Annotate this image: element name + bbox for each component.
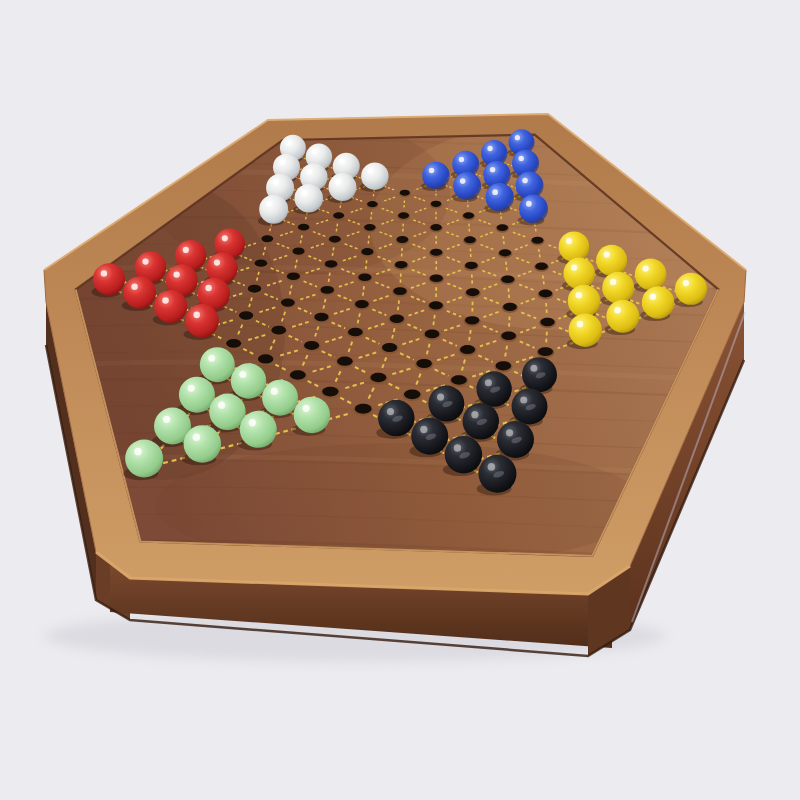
hole-5-6 xyxy=(463,236,477,245)
hole-pit xyxy=(430,224,441,231)
hole-pit xyxy=(538,347,553,356)
hole-pit xyxy=(337,357,353,366)
marble-highlight xyxy=(429,168,435,174)
hole-9-5 xyxy=(388,314,405,325)
marble-highlight xyxy=(301,190,307,196)
hole-pit xyxy=(370,373,386,382)
hole-pit xyxy=(460,345,475,354)
marble-highlight xyxy=(142,258,148,264)
marble-sphere-blue xyxy=(519,194,548,223)
marble-sphere-green xyxy=(125,439,163,477)
hole-pit xyxy=(425,330,440,339)
marble-sphere-red xyxy=(154,290,187,323)
hole-11-6 xyxy=(336,356,355,367)
hole-pit xyxy=(390,314,404,322)
hole-6-3 xyxy=(363,224,377,232)
marble-sphere-green xyxy=(231,363,267,399)
hole-7-6 xyxy=(465,288,481,298)
hole-6-4 xyxy=(395,236,409,245)
marble-sphere-blue xyxy=(453,172,481,200)
hole-pit xyxy=(358,273,371,281)
marble-sphere-yellow xyxy=(606,300,639,333)
marble-highlight xyxy=(387,408,394,415)
marble-highlight xyxy=(101,270,107,276)
marble-highlight xyxy=(271,388,278,395)
marble-sphere-green xyxy=(240,411,277,448)
hole-pit xyxy=(429,301,443,309)
marble-highlight xyxy=(683,280,689,286)
hole-pit xyxy=(463,212,474,218)
marble-highlight xyxy=(522,178,528,184)
hole-8-8 xyxy=(536,347,554,358)
hole-pit xyxy=(271,326,286,335)
hole-6-6 xyxy=(464,262,479,271)
marble-sphere-white xyxy=(259,195,288,224)
hole-5-8 xyxy=(534,263,549,272)
hole-pit xyxy=(355,300,369,308)
hole-10-2 xyxy=(247,285,263,295)
marble-highlight xyxy=(134,448,142,456)
hole-11-3 xyxy=(238,311,255,322)
marble-sphere-yellow xyxy=(568,285,601,318)
hole-pit xyxy=(255,259,268,266)
hole-pit xyxy=(416,359,432,368)
hole-pit xyxy=(329,236,341,243)
hole-pit xyxy=(501,331,516,340)
marble-sphere-white xyxy=(328,173,356,201)
hole-pit xyxy=(466,288,479,296)
marble-sphere-green xyxy=(200,347,235,382)
marble-sphere-green xyxy=(184,425,222,463)
hole-pit xyxy=(451,375,467,384)
marble-highlight xyxy=(312,149,317,154)
hole-6-5 xyxy=(429,249,444,258)
marble-highlight xyxy=(222,235,228,241)
marble-highlight xyxy=(183,247,189,253)
hole-8-1 xyxy=(291,248,306,257)
hole-4-8 xyxy=(530,237,544,246)
marble-sphere-green xyxy=(179,377,215,413)
marble-highlight xyxy=(173,271,179,277)
hole-7-3 xyxy=(360,248,375,257)
hole-pit xyxy=(398,212,409,218)
marble-highlight xyxy=(339,159,344,164)
hole-12-5 xyxy=(256,354,275,365)
marble-sphere-green xyxy=(209,394,246,431)
hole-pit xyxy=(281,299,295,307)
hole-9-2 xyxy=(286,272,302,282)
marble-highlight xyxy=(492,189,498,195)
hole-9-1 xyxy=(253,259,268,268)
marble-sphere-green xyxy=(262,380,298,416)
hole-pit xyxy=(248,285,261,293)
marble-highlight xyxy=(286,141,291,146)
hole-pit xyxy=(298,224,309,231)
hole-5-7 xyxy=(498,249,512,258)
hole-9-3 xyxy=(319,286,335,296)
marble-highlight xyxy=(577,321,584,328)
marble-highlight xyxy=(302,405,309,412)
marble-highlight xyxy=(266,201,272,207)
hole-8-4 xyxy=(392,287,408,297)
marble-highlight xyxy=(249,419,256,426)
marble-highlight xyxy=(368,168,374,174)
hole-pit xyxy=(503,303,517,311)
marble-highlight xyxy=(571,264,577,270)
hole-10-8 xyxy=(449,375,468,387)
marble-highlight xyxy=(614,307,621,314)
hole-pit xyxy=(290,370,306,379)
hole-pit xyxy=(355,404,372,414)
hole-11-7 xyxy=(369,373,388,385)
hole-9-6 xyxy=(423,329,441,340)
hole-pit xyxy=(496,361,512,370)
hole-7-8 xyxy=(539,318,556,329)
marble-highlight xyxy=(642,265,648,271)
marble-sphere-yellow xyxy=(635,259,667,291)
marble-highlight xyxy=(490,167,496,173)
hole-7-5 xyxy=(429,274,445,284)
hole-8-2 xyxy=(324,260,339,269)
marble-sphere-red xyxy=(123,276,156,309)
marble-highlight xyxy=(131,283,138,290)
hole-10-3 xyxy=(280,298,297,308)
marble-highlight xyxy=(650,293,657,300)
hole-pit xyxy=(226,339,241,348)
hole-11-8 xyxy=(402,389,422,401)
marble-sphere-white xyxy=(361,162,389,190)
marble-sphere-blue xyxy=(422,162,450,190)
marble-sphere-green xyxy=(294,397,331,434)
marble-highlight xyxy=(205,285,212,292)
hole-pit xyxy=(540,318,554,326)
hole-8-7 xyxy=(500,331,518,342)
marble-highlight xyxy=(279,160,284,165)
marble-sphere-yellow xyxy=(559,231,590,262)
hole-7-2 xyxy=(328,236,342,245)
marble-sphere-blue xyxy=(485,183,514,212)
hole-pit xyxy=(287,272,300,280)
marble-sphere-yellow xyxy=(596,245,627,276)
product-photo-chinese-checkers xyxy=(0,0,800,800)
hole-8-6 xyxy=(464,316,481,327)
hole-8-3 xyxy=(357,273,373,283)
hole-10-4 xyxy=(313,313,330,324)
marble-highlight xyxy=(335,179,341,185)
marble-highlight xyxy=(610,279,616,285)
hole-12-6 xyxy=(288,370,307,382)
marble-highlight xyxy=(485,379,492,386)
marble-highlight xyxy=(188,385,195,392)
marble-highlight xyxy=(239,371,246,378)
hole-9-4 xyxy=(354,300,371,310)
hole-8-0 xyxy=(260,235,274,244)
hole-8-5 xyxy=(428,301,445,311)
hole-9-7 xyxy=(459,345,477,356)
hole-pit xyxy=(261,235,273,242)
marble-sphere-yellow xyxy=(675,273,707,305)
marble-highlight xyxy=(526,201,532,207)
marble-sphere-yellow xyxy=(602,272,634,304)
hole-pit xyxy=(321,286,334,294)
marble-highlight xyxy=(471,411,478,418)
marble-sphere-red xyxy=(93,263,125,295)
hole-pit xyxy=(325,260,338,267)
hole-10-6 xyxy=(381,343,399,354)
hole-pit xyxy=(367,201,378,207)
marble-highlight xyxy=(487,146,492,151)
hole-pit xyxy=(404,389,420,399)
hole-4-7 xyxy=(496,224,510,232)
marble-highlight xyxy=(454,444,462,452)
hole-pit xyxy=(322,387,338,397)
board-svg xyxy=(0,0,800,800)
hole-pit xyxy=(304,341,319,350)
hole-pit xyxy=(501,275,514,283)
hole-6-8 xyxy=(537,289,553,299)
hole-10-5 xyxy=(347,327,365,338)
marble-highlight xyxy=(518,156,523,161)
hole-pit xyxy=(361,248,373,255)
hole-7-7 xyxy=(502,303,519,313)
marble-sphere-white xyxy=(294,184,323,213)
hole-pit xyxy=(465,316,479,324)
marble-highlight xyxy=(162,297,169,304)
marble-highlight xyxy=(420,426,427,433)
hole-12-7 xyxy=(321,386,341,398)
marble-highlight xyxy=(208,355,215,362)
marble-highlight xyxy=(273,180,279,186)
hole-9-8 xyxy=(494,361,513,372)
hole-pit xyxy=(430,249,442,256)
hole-pit xyxy=(382,343,397,352)
marble-highlight xyxy=(193,433,201,441)
marble-highlight xyxy=(307,169,313,175)
hole-pit xyxy=(464,236,476,243)
hole-5-5 xyxy=(429,224,443,232)
hole-pit xyxy=(497,224,508,231)
hole-pit xyxy=(532,237,544,244)
marble-highlight xyxy=(437,393,444,400)
hole-7-1 xyxy=(297,224,311,232)
hole-pit xyxy=(430,274,443,282)
hole-pit xyxy=(465,262,478,269)
marble-highlight xyxy=(515,135,520,140)
marble-highlight xyxy=(604,252,610,258)
marble-highlight xyxy=(488,463,496,471)
hole-6-7 xyxy=(500,275,516,285)
hole-pit xyxy=(535,263,548,270)
marble-highlight xyxy=(460,178,466,184)
hole-pit xyxy=(539,290,552,298)
hole-pit xyxy=(400,190,410,196)
hole-pit xyxy=(314,313,328,321)
hole-pit xyxy=(499,249,511,256)
marble-highlight xyxy=(530,365,537,372)
hole-pit xyxy=(292,248,304,255)
marble-highlight xyxy=(218,402,225,409)
hole-11-5 xyxy=(303,341,321,352)
marble-sphere-red xyxy=(185,304,219,338)
hole-12-4 xyxy=(225,339,243,350)
marble-highlight xyxy=(566,238,572,244)
hole-7-4 xyxy=(394,261,409,270)
marble-highlight xyxy=(214,259,220,265)
hole-pit xyxy=(431,201,442,207)
marble-highlight xyxy=(520,396,527,403)
hole-pit xyxy=(395,261,408,268)
hole-12-8 xyxy=(353,403,373,415)
hole-pit xyxy=(393,287,406,295)
hole-pit xyxy=(333,212,344,218)
hole-11-4 xyxy=(270,326,288,337)
marble-highlight xyxy=(506,429,513,436)
hole-pit xyxy=(258,354,274,363)
hole-10-7 xyxy=(415,359,434,370)
hole-pit xyxy=(364,224,375,231)
hole-pit xyxy=(239,311,253,319)
hole-pit xyxy=(348,328,363,337)
marble-highlight xyxy=(576,292,583,299)
marble-sphere-yellow xyxy=(642,286,675,319)
hole-pit xyxy=(397,236,409,243)
marble-highlight xyxy=(193,311,200,318)
marble-highlight xyxy=(163,416,170,423)
marble-sphere-yellow xyxy=(569,313,603,347)
marble-highlight xyxy=(459,157,464,162)
marble-sphere-yellow xyxy=(563,258,595,290)
